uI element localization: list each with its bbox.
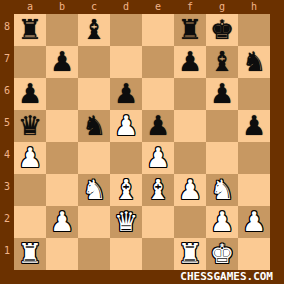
file-label-d: d — [110, 0, 142, 14]
square-h3[interactable] — [238, 174, 270, 206]
square-f4[interactable] — [174, 142, 206, 174]
square-g6[interactable]: ♟ — [206, 78, 238, 110]
chessgames-watermark: CHESSGAMES.COM — [180, 270, 273, 283]
square-c6[interactable] — [78, 78, 110, 110]
square-a6[interactable]: ♟ — [14, 78, 46, 110]
square-a8[interactable]: ♜ — [14, 14, 46, 46]
square-f3[interactable]: ♟ — [174, 174, 206, 206]
piece-black-rook: ♜ — [18, 16, 42, 43]
piece-white-knight: ♞ — [210, 176, 234, 203]
piece-white-bishop: ♝ — [114, 176, 138, 203]
rank-label-8: 8 — [0, 11, 14, 43]
square-h2[interactable]: ♟ — [238, 206, 270, 238]
square-h5[interactable]: ♟ — [238, 110, 270, 142]
square-c8[interactable]: ♝ — [78, 14, 110, 46]
square-g8[interactable]: ♚ — [206, 14, 238, 46]
square-d6[interactable]: ♟ — [110, 78, 142, 110]
piece-black-pawn: ♟ — [146, 112, 170, 139]
piece-black-knight: ♞ — [82, 112, 106, 139]
piece-white-pawn: ♟ — [242, 208, 266, 235]
square-f5[interactable] — [174, 110, 206, 142]
file-labels: a b c d e f g h — [14, 0, 270, 14]
square-c3[interactable]: ♞ — [78, 174, 110, 206]
rank-label-7: 7 — [0, 43, 14, 75]
piece-black-pawn: ♟ — [210, 80, 234, 107]
square-c4[interactable] — [78, 142, 110, 174]
piece-white-pawn: ♟ — [210, 208, 234, 235]
piece-white-queen: ♛ — [114, 208, 138, 235]
square-a3[interactable] — [14, 174, 46, 206]
square-h6[interactable] — [238, 78, 270, 110]
square-e6[interactable] — [142, 78, 174, 110]
square-b3[interactable] — [46, 174, 78, 206]
piece-black-bishop: ♝ — [210, 48, 234, 75]
square-b7[interactable]: ♟ — [46, 46, 78, 78]
square-g2[interactable]: ♟ — [206, 206, 238, 238]
square-e3[interactable]: ♝ — [142, 174, 174, 206]
square-g3[interactable]: ♞ — [206, 174, 238, 206]
square-b8[interactable] — [46, 14, 78, 46]
piece-black-pawn: ♟ — [178, 48, 202, 75]
square-b1[interactable] — [46, 238, 78, 270]
square-e8[interactable] — [142, 14, 174, 46]
piece-black-queen: ♛ — [18, 112, 42, 139]
square-e2[interactable] — [142, 206, 174, 238]
chess-diagram: a b c d e f g h 8 7 6 5 4 3 2 1 ♜♝♜♚♟♟♝♞… — [0, 0, 284, 284]
square-e5[interactable]: ♟ — [142, 110, 174, 142]
square-d3[interactable]: ♝ — [110, 174, 142, 206]
square-b4[interactable] — [46, 142, 78, 174]
square-f7[interactable]: ♟ — [174, 46, 206, 78]
square-c5[interactable]: ♞ — [78, 110, 110, 142]
file-label-a: a — [14, 0, 46, 14]
square-c1[interactable] — [78, 238, 110, 270]
file-label-h: h — [238, 0, 270, 14]
file-label-e: e — [142, 0, 174, 14]
piece-white-rook: ♜ — [18, 240, 42, 267]
file-label-b: b — [46, 0, 78, 14]
piece-white-pawn: ♟ — [178, 176, 202, 203]
square-d5[interactable]: ♟ — [110, 110, 142, 142]
square-d7[interactable] — [110, 46, 142, 78]
square-f1[interactable]: ♜ — [174, 238, 206, 270]
square-e1[interactable] — [142, 238, 174, 270]
square-d1[interactable] — [110, 238, 142, 270]
file-label-g: g — [206, 0, 238, 14]
square-f6[interactable] — [174, 78, 206, 110]
square-d8[interactable] — [110, 14, 142, 46]
piece-white-pawn: ♟ — [50, 208, 74, 235]
rank-label-3: 3 — [0, 171, 14, 203]
square-g7[interactable]: ♝ — [206, 46, 238, 78]
piece-white-pawn: ♟ — [146, 144, 170, 171]
square-a2[interactable] — [14, 206, 46, 238]
square-h4[interactable] — [238, 142, 270, 174]
piece-black-knight: ♞ — [242, 48, 266, 75]
square-h8[interactable] — [238, 14, 270, 46]
piece-white-pawn: ♟ — [18, 144, 42, 171]
square-e4[interactable]: ♟ — [142, 142, 174, 174]
square-b5[interactable] — [46, 110, 78, 142]
rank-label-6: 6 — [0, 75, 14, 107]
piece-black-pawn: ♟ — [18, 80, 42, 107]
piece-white-rook: ♜ — [178, 240, 202, 267]
square-g4[interactable] — [206, 142, 238, 174]
piece-black-pawn: ♟ — [50, 48, 74, 75]
square-a7[interactable] — [14, 46, 46, 78]
file-label-c: c — [78, 0, 110, 14]
piece-black-king: ♚ — [210, 16, 234, 43]
rank-label-1: 1 — [0, 235, 14, 267]
file-label-f: f — [174, 0, 206, 14]
square-c7[interactable] — [78, 46, 110, 78]
square-d2[interactable]: ♛ — [110, 206, 142, 238]
piece-white-pawn: ♟ — [114, 112, 138, 139]
rank-labels: 8 7 6 5 4 3 2 1 — [0, 14, 14, 270]
square-b6[interactable] — [46, 78, 78, 110]
piece-white-bishop: ♝ — [146, 176, 170, 203]
piece-black-bishop: ♝ — [82, 16, 106, 43]
square-d4[interactable] — [110, 142, 142, 174]
piece-black-rook: ♜ — [178, 16, 202, 43]
square-e7[interactable] — [142, 46, 174, 78]
rank-label-5: 5 — [0, 107, 14, 139]
square-g1[interactable]: ♚ — [206, 238, 238, 270]
square-f2[interactable] — [174, 206, 206, 238]
square-g5[interactable] — [206, 110, 238, 142]
square-c2[interactable] — [78, 206, 110, 238]
rank-label-2: 2 — [0, 203, 14, 235]
square-h1[interactable] — [238, 238, 270, 270]
chess-board: ♜♝♜♚♟♟♝♞♟♟♟♛♞♟♟♟♟♟♞♝♝♟♞♟♛♟♟♜♜♚ — [14, 14, 270, 270]
square-b2[interactable]: ♟ — [46, 206, 78, 238]
square-f8[interactable]: ♜ — [174, 14, 206, 46]
piece-black-pawn: ♟ — [242, 112, 266, 139]
square-a1[interactable]: ♜ — [14, 238, 46, 270]
square-a4[interactable]: ♟ — [14, 142, 46, 174]
square-a5[interactable]: ♛ — [14, 110, 46, 142]
rank-label-4: 4 — [0, 139, 14, 171]
piece-white-knight: ♞ — [82, 176, 106, 203]
square-h7[interactable]: ♞ — [238, 46, 270, 78]
piece-black-pawn: ♟ — [114, 80, 138, 107]
piece-white-king: ♚ — [210, 240, 234, 267]
